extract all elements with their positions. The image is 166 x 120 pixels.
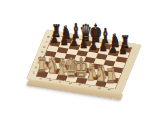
file-label-d: d — [68, 82, 72, 85]
chess-set-photo: abcdefgh 87654321 ♜♞♝♛♚♝♞♜♟♟♟♟♟♟♟♟♟♟♟♟♟♟… — [0, 0, 166, 120]
rank-label-6: 6 — [42, 46, 46, 49]
file-label-h: h — [107, 88, 111, 91]
file-label-b: b — [49, 79, 53, 82]
file-label-c: c — [59, 80, 62, 83]
rank-label-8: 8 — [46, 36, 50, 39]
chess-board: abcdefgh 87654321 — [27, 30, 141, 94]
rank-label-1: 1 — [32, 72, 36, 75]
file-label-f: f — [88, 85, 90, 88]
file-label-a: a — [39, 77, 43, 80]
rank-label-2: 2 — [34, 66, 38, 69]
file-label-g: g — [98, 87, 102, 90]
file-label-e: e — [78, 84, 82, 87]
rank-label-4: 4 — [38, 56, 42, 59]
rank-label-7: 7 — [44, 41, 48, 44]
rank-label-5: 5 — [40, 51, 44, 54]
rank-label-3: 3 — [36, 61, 40, 64]
